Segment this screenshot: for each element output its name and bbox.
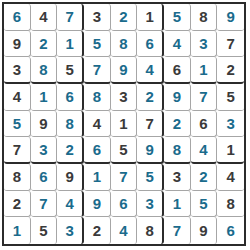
cell-r6c4[interactable]: 6 (84, 137, 111, 164)
cell-r9c5[interactable]: 4 (111, 217, 138, 244)
cell-r6c5[interactable]: 5 (111, 137, 138, 164)
cell-r4c1[interactable]: 4 (4, 84, 31, 111)
cell-r7c8[interactable]: 2 (191, 164, 218, 191)
cell-r2c8[interactable]: 3 (191, 31, 218, 58)
cell-r8c7[interactable]: 1 (164, 191, 191, 218)
cell-r1c5[interactable]: 2 (111, 4, 138, 31)
cell-r7c6[interactable]: 5 (137, 164, 164, 191)
cell-r7c4[interactable]: 1 (84, 164, 111, 191)
cell-r5c6[interactable]: 7 (137, 111, 164, 138)
cell-r5c9[interactable]: 3 (217, 111, 244, 138)
cell-r3c5[interactable]: 9 (111, 57, 138, 84)
cell-r2c6[interactable]: 6 (137, 31, 164, 58)
cell-r3c7[interactable]: 6 (164, 57, 191, 84)
cell-r4c9[interactable]: 5 (217, 84, 244, 111)
cell-r9c9[interactable]: 6 (217, 217, 244, 244)
cell-r1c7[interactable]: 5 (164, 4, 191, 31)
cell-r7c7[interactable]: 3 (164, 164, 191, 191)
cell-r5c8[interactable]: 6 (191, 111, 218, 138)
cell-r9c1[interactable]: 1 (4, 217, 31, 244)
cell-r8c8[interactable]: 5 (191, 191, 218, 218)
cell-r3c4[interactable]: 7 (84, 57, 111, 84)
cell-r1c9[interactable]: 9 (217, 4, 244, 31)
cell-r9c8[interactable]: 9 (191, 217, 218, 244)
cell-r2c1[interactable]: 9 (4, 31, 31, 58)
board-shadow (2, 246, 248, 249)
cell-r5c4[interactable]: 4 (84, 111, 111, 138)
cell-r8c1[interactable]: 2 (4, 191, 31, 218)
cell-r4c3[interactable]: 6 (57, 84, 84, 111)
cell-r3c1[interactable]: 3 (4, 57, 31, 84)
cell-r9c6[interactable]: 8 (137, 217, 164, 244)
cell-r1c2[interactable]: 4 (31, 4, 58, 31)
cell-r6c1[interactable]: 7 (4, 137, 31, 164)
cell-r2c7[interactable]: 4 (164, 31, 191, 58)
cell-r4c2[interactable]: 1 (31, 84, 58, 111)
cell-r3c8[interactable]: 1 (191, 57, 218, 84)
cell-r1c1[interactable]: 6 (4, 4, 31, 31)
cell-r4c6[interactable]: 2 (137, 84, 164, 111)
cell-r3c3[interactable]: 5 (57, 57, 84, 84)
cell-r6c7[interactable]: 8 (164, 137, 191, 164)
cell-r8c3[interactable]: 4 (57, 191, 84, 218)
cell-r1c6[interactable]: 1 (137, 4, 164, 31)
cell-r3c9[interactable]: 2 (217, 57, 244, 84)
cell-r6c8[interactable]: 4 (191, 137, 218, 164)
cell-r7c3[interactable]: 9 (57, 164, 84, 191)
cell-r7c5[interactable]: 7 (111, 164, 138, 191)
cell-r8c4[interactable]: 9 (84, 191, 111, 218)
cell-r7c9[interactable]: 4 (217, 164, 244, 191)
cell-r8c6[interactable]: 3 (137, 191, 164, 218)
cell-r3c6[interactable]: 4 (137, 57, 164, 84)
cell-r4c8[interactable]: 7 (191, 84, 218, 111)
cell-r9c4[interactable]: 2 (84, 217, 111, 244)
cell-r2c3[interactable]: 1 (57, 31, 84, 58)
cell-r4c7[interactable]: 9 (164, 84, 191, 111)
cell-r5c2[interactable]: 9 (31, 111, 58, 138)
cell-r1c3[interactable]: 7 (57, 4, 84, 31)
cell-r9c3[interactable]: 3 (57, 217, 84, 244)
cell-r5c7[interactable]: 2 (164, 111, 191, 138)
cell-r2c9[interactable]: 7 (217, 31, 244, 58)
cell-r5c1[interactable]: 5 (4, 111, 31, 138)
sudoku-board: 6473215899215864373857946124168329755984… (2, 2, 246, 246)
cell-r4c4[interactable]: 8 (84, 84, 111, 111)
cell-r1c4[interactable]: 3 (84, 4, 111, 31)
cell-r6c3[interactable]: 2 (57, 137, 84, 164)
cell-r6c9[interactable]: 1 (217, 137, 244, 164)
cell-r5c5[interactable]: 1 (111, 111, 138, 138)
cell-r5c3[interactable]: 8 (57, 111, 84, 138)
cell-r9c2[interactable]: 5 (31, 217, 58, 244)
cell-r2c4[interactable]: 5 (84, 31, 111, 58)
cell-r4c5[interactable]: 3 (111, 84, 138, 111)
cell-r7c1[interactable]: 8 (4, 164, 31, 191)
cell-r6c6[interactable]: 9 (137, 137, 164, 164)
cell-r8c2[interactable]: 7 (31, 191, 58, 218)
cell-r9c7[interactable]: 7 (164, 217, 191, 244)
cell-r7c2[interactable]: 6 (31, 164, 58, 191)
cell-r2c5[interactable]: 8 (111, 31, 138, 58)
cell-r8c5[interactable]: 6 (111, 191, 138, 218)
cell-r8c9[interactable]: 8 (217, 191, 244, 218)
cell-r6c2[interactable]: 3 (31, 137, 58, 164)
cell-r2c2[interactable]: 2 (31, 31, 58, 58)
cell-r3c2[interactable]: 8 (31, 57, 58, 84)
sudoku-app: 6473215899215864373857946124168329755984… (0, 0, 250, 250)
cell-r1c8[interactable]: 8 (191, 4, 218, 31)
